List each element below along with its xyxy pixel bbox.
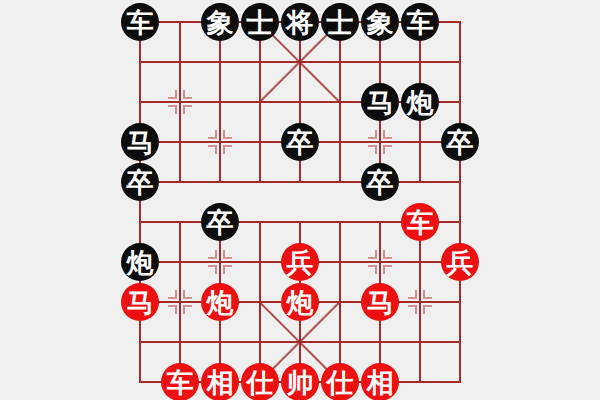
piece-black-chariot[interactable]: 车 <box>401 3 439 41</box>
intersection-c0-r5[interactable] <box>120 202 160 242</box>
intersection-c3-r4[interactable] <box>240 162 280 202</box>
intersection-c0-r2[interactable] <box>120 82 160 122</box>
piece-red-cannon[interactable]: 炮 <box>201 283 239 321</box>
piece-black-soldier[interactable]: 卒 <box>201 203 239 241</box>
intersection-c2-r8[interactable] <box>200 322 240 362</box>
piece-red-cannon[interactable]: 炮 <box>281 283 319 321</box>
piece-red-advisor[interactable]: 仕 <box>321 363 359 400</box>
intersection-c1-r2[interactable] <box>160 82 200 122</box>
piece-red-chariot[interactable]: 车 <box>161 363 199 400</box>
intersection-c3-r2[interactable] <box>240 82 280 122</box>
piece-red-general[interactable]: 帅 <box>281 363 319 400</box>
piece-black-cannon[interactable]: 炮 <box>401 83 439 121</box>
intersection-c7-r7[interactable] <box>400 282 440 322</box>
intersection-c4-r8[interactable] <box>280 322 320 362</box>
piece-black-advisor[interactable]: 士 <box>241 3 279 41</box>
intersection-c5-r8[interactable] <box>320 322 360 362</box>
intersection-c1-r1[interactable] <box>160 42 200 82</box>
intersection-c4-r1[interactable] <box>280 42 320 82</box>
intersection-c2-r6[interactable] <box>200 242 240 282</box>
intersection-c8-r4[interactable] <box>440 162 480 202</box>
xiangqi-board: 车象士将士象车马炮马卒卒卒卒卒炮车兵兵马炮炮马车相仕帅仕相 <box>0 0 600 400</box>
intersection-c1-r4[interactable] <box>160 162 200 202</box>
intersection-c6-r8[interactable] <box>360 322 400 362</box>
intersection-c1-r6[interactable] <box>160 242 200 282</box>
intersection-c3-r6[interactable] <box>240 242 280 282</box>
intersection-c5-r6[interactable] <box>320 242 360 282</box>
piece-black-soldier[interactable]: 卒 <box>361 163 399 201</box>
intersection-c4-r5[interactable] <box>280 202 320 242</box>
piece-red-horse[interactable]: 马 <box>361 283 399 321</box>
intersection-c5-r2[interactable] <box>320 82 360 122</box>
piece-black-advisor[interactable]: 士 <box>321 3 359 41</box>
piece-black-cannon[interactable]: 炮 <box>121 243 159 281</box>
intersection-c2-r4[interactable] <box>200 162 240 202</box>
intersection-c1-r0[interactable] <box>160 2 200 42</box>
intersection-c4-r4[interactable] <box>280 162 320 202</box>
intersection-c7-r9[interactable] <box>400 362 440 400</box>
intersection-c6-r3[interactable] <box>360 122 400 162</box>
piece-black-soldier[interactable]: 卒 <box>441 123 479 161</box>
intersection-c0-r8[interactable] <box>120 322 160 362</box>
intersection-c8-r1[interactable] <box>440 42 480 82</box>
intersection-c7-r6[interactable] <box>400 242 440 282</box>
intersection-c3-r3[interactable] <box>240 122 280 162</box>
intersection-c3-r7[interactable] <box>240 282 280 322</box>
piece-red-chariot[interactable]: 车 <box>401 203 439 241</box>
piece-red-soldier[interactable]: 兵 <box>281 243 319 281</box>
piece-red-elephant[interactable]: 相 <box>361 363 399 400</box>
piece-red-soldier[interactable]: 兵 <box>441 243 479 281</box>
intersection-c6-r6[interactable] <box>360 242 400 282</box>
intersection-c5-r1[interactable] <box>320 42 360 82</box>
piece-black-horse[interactable]: 马 <box>121 123 159 161</box>
intersection-c7-r1[interactable] <box>400 42 440 82</box>
intersection-c6-r1[interactable] <box>360 42 400 82</box>
intersection-c3-r1[interactable] <box>240 42 280 82</box>
intersection-c5-r4[interactable] <box>320 162 360 202</box>
piece-black-chariot[interactable]: 车 <box>121 3 159 41</box>
intersection-c8-r8[interactable] <box>440 322 480 362</box>
board-grid: 车象士将士象车马炮马卒卒卒卒卒炮车兵兵马炮炮马车相仕帅仕相 <box>120 2 480 400</box>
intersection-c2-r2[interactable] <box>200 82 240 122</box>
intersection-c7-r8[interactable] <box>400 322 440 362</box>
intersection-c6-r5[interactable] <box>360 202 400 242</box>
intersection-c5-r3[interactable] <box>320 122 360 162</box>
intersection-c1-r8[interactable] <box>160 322 200 362</box>
piece-red-horse[interactable]: 马 <box>121 283 159 321</box>
intersection-c3-r8[interactable] <box>240 322 280 362</box>
intersection-c1-r5[interactable] <box>160 202 200 242</box>
piece-red-elephant[interactable]: 相 <box>201 363 239 400</box>
intersection-c7-r3[interactable] <box>400 122 440 162</box>
intersection-c1-r3[interactable] <box>160 122 200 162</box>
piece-black-soldier[interactable]: 卒 <box>121 163 159 201</box>
intersection-c8-r2[interactable] <box>440 82 480 122</box>
piece-black-elephant[interactable]: 象 <box>201 3 239 41</box>
piece-black-elephant[interactable]: 象 <box>361 3 399 41</box>
intersection-c5-r7[interactable] <box>320 282 360 322</box>
intersection-c2-r1[interactable] <box>200 42 240 82</box>
piece-black-soldier[interactable]: 卒 <box>281 123 319 161</box>
intersection-c4-r2[interactable] <box>280 82 320 122</box>
piece-black-horse[interactable]: 马 <box>361 83 399 121</box>
intersection-c8-r7[interactable] <box>440 282 480 322</box>
piece-black-general[interactable]: 将 <box>281 3 319 41</box>
intersection-c1-r7[interactable] <box>160 282 200 322</box>
intersection-c3-r5[interactable] <box>240 202 280 242</box>
intersection-c0-r9[interactable] <box>120 362 160 400</box>
intersection-c8-r9[interactable] <box>440 362 480 400</box>
intersection-c2-r3[interactable] <box>200 122 240 162</box>
intersection-c8-r0[interactable] <box>440 2 480 42</box>
intersection-c5-r5[interactable] <box>320 202 360 242</box>
intersection-c7-r4[interactable] <box>400 162 440 202</box>
intersection-c0-r1[interactable] <box>120 42 160 82</box>
piece-red-advisor[interactable]: 仕 <box>241 363 279 400</box>
intersection-c8-r5[interactable] <box>440 202 480 242</box>
